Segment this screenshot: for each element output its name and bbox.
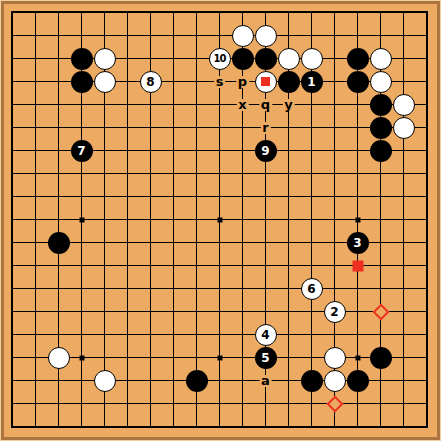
black-stone bbox=[71, 48, 93, 70]
black-stone-move-3: 3 bbox=[347, 232, 369, 254]
black-stone bbox=[370, 347, 392, 369]
black-stone-move-9: 9 bbox=[255, 140, 277, 162]
black-stone bbox=[347, 48, 369, 70]
move-number: 8 bbox=[146, 75, 154, 89]
move-number: 4 bbox=[261, 328, 269, 342]
white-stone bbox=[94, 370, 116, 392]
black-stone bbox=[255, 48, 277, 70]
move-number: 3 bbox=[353, 236, 361, 250]
white-stone bbox=[324, 370, 346, 392]
white-stone bbox=[94, 48, 116, 70]
white-stone bbox=[301, 48, 323, 70]
red-square-on-stone bbox=[261, 77, 270, 86]
move-number: 9 bbox=[261, 144, 269, 158]
white-stone bbox=[324, 347, 346, 369]
white-stone bbox=[370, 71, 392, 93]
black-stone bbox=[71, 71, 93, 93]
label-p: p bbox=[236, 76, 249, 88]
move-number: 5 bbox=[261, 351, 269, 365]
black-stone bbox=[301, 370, 323, 392]
star-point bbox=[79, 355, 84, 360]
white-stone bbox=[255, 25, 277, 47]
move-number: 2 bbox=[330, 305, 338, 319]
white-stone bbox=[393, 117, 415, 139]
star-point bbox=[79, 217, 84, 222]
black-stone bbox=[48, 232, 70, 254]
label-a: a bbox=[259, 375, 272, 387]
black-stone-move-7: 7 bbox=[71, 140, 93, 162]
white-stone bbox=[393, 94, 415, 116]
white-stone bbox=[232, 25, 254, 47]
white-stone-move-10: 10 bbox=[209, 48, 231, 70]
label-y: y bbox=[282, 99, 294, 111]
black-stone bbox=[186, 370, 208, 392]
white-stone-move-4: 4 bbox=[255, 324, 277, 346]
label-q: q bbox=[259, 99, 272, 111]
white-stone bbox=[278, 48, 300, 70]
white-stone bbox=[370, 48, 392, 70]
black-stone-move-5: 5 bbox=[255, 347, 277, 369]
red-square-marker bbox=[352, 260, 363, 271]
star-point bbox=[217, 217, 222, 222]
black-stone bbox=[370, 140, 392, 162]
black-stone bbox=[370, 117, 392, 139]
white-stone-move-2: 2 bbox=[324, 301, 346, 323]
black-stone-move-1: 1 bbox=[301, 71, 323, 93]
black-stone bbox=[347, 71, 369, 93]
go-diagram: spxqyra12345678910 bbox=[0, 0, 441, 441]
label-r: r bbox=[260, 122, 270, 134]
move-number: 10 bbox=[214, 53, 226, 64]
go-board: spxqyra12345678910 bbox=[0, 0, 441, 441]
star-point bbox=[355, 217, 360, 222]
move-number: 1 bbox=[307, 75, 315, 89]
black-stone bbox=[370, 94, 392, 116]
star-point bbox=[355, 355, 360, 360]
move-number: 6 bbox=[307, 282, 315, 296]
black-stone bbox=[278, 71, 300, 93]
white-stone-square-marked bbox=[255, 71, 277, 93]
black-stone bbox=[347, 370, 369, 392]
white-stone-move-8: 8 bbox=[140, 71, 162, 93]
black-stone bbox=[232, 48, 254, 70]
white-stone-move-6: 6 bbox=[301, 278, 323, 300]
move-number: 7 bbox=[77, 144, 85, 158]
label-x: x bbox=[236, 99, 248, 111]
label-s: s bbox=[214, 76, 226, 88]
white-stone bbox=[48, 347, 70, 369]
white-stone bbox=[94, 71, 116, 93]
star-point bbox=[217, 355, 222, 360]
